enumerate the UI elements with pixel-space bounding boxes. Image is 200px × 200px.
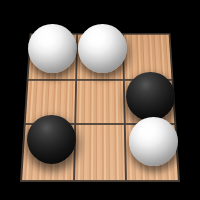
white-stone-r0c0[interactable]: ○: [28, 24, 77, 73]
white-stone-r2c2[interactable]: ○: [129, 117, 178, 166]
cell-r1c1[interactable]: [75, 80, 125, 124]
game-scene: ○○●●○: [0, 0, 200, 200]
white-stone-r0c1[interactable]: ○: [78, 24, 127, 73]
cell-r2c1[interactable]: [74, 124, 126, 181]
black-stone-r1c2[interactable]: ●: [126, 72, 175, 121]
black-stone-r2c0[interactable]: ●: [27, 115, 76, 164]
